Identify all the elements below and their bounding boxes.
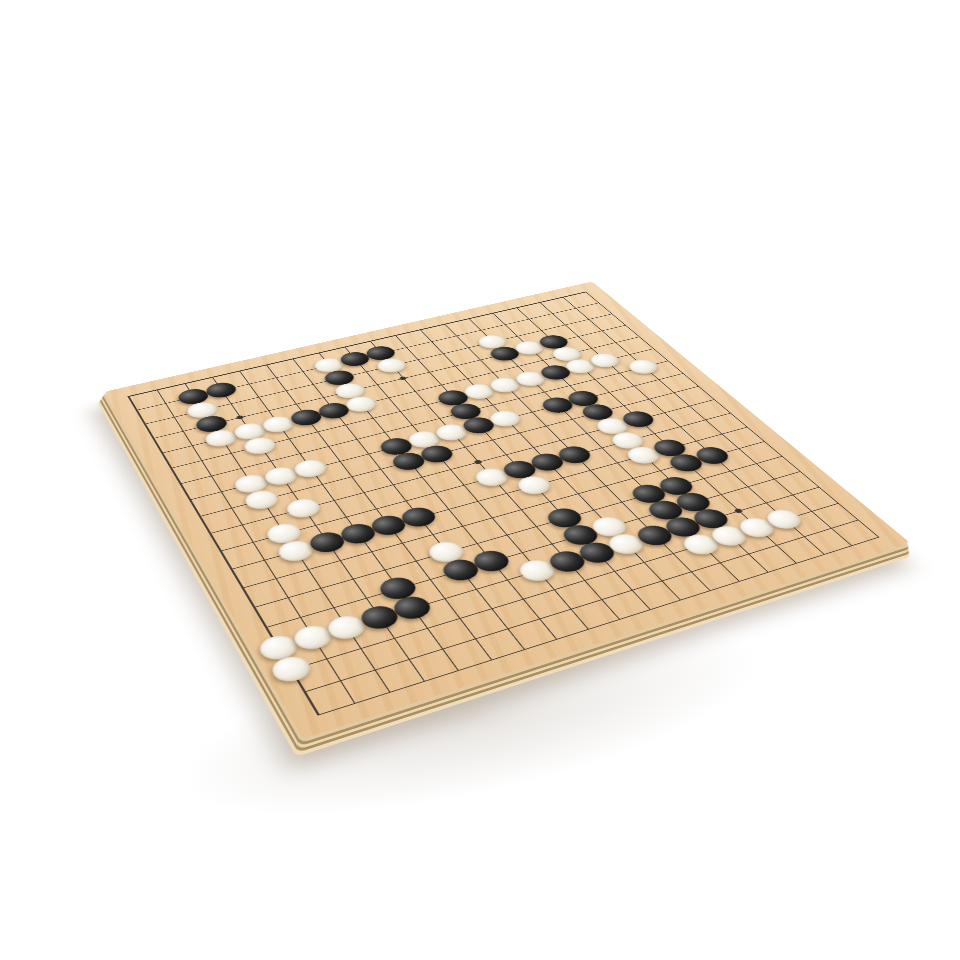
go-board (104, 281, 911, 738)
star-point (473, 459, 482, 464)
product-photo-scene (0, 0, 960, 960)
white-stone (282, 496, 324, 520)
star-point (399, 376, 407, 380)
star-point (236, 415, 245, 420)
white-stone (624, 357, 662, 375)
star-point (733, 508, 743, 514)
